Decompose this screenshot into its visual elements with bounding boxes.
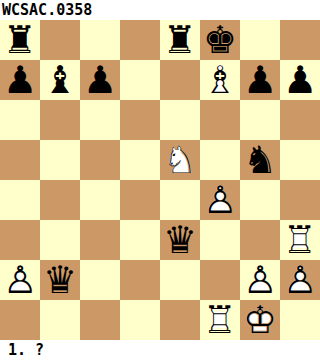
black-pawn-h7[interactable]: ♟ <box>283 60 317 100</box>
square-e3[interactable]: ♛ <box>160 220 200 260</box>
white-bishop-f7[interactable]: ♝♗ <box>203 60 237 100</box>
square-g3[interactable] <box>240 220 280 260</box>
square-d4[interactable] <box>120 180 160 220</box>
piece-outline: ♙ <box>3 260 37 300</box>
piece-outline: ♖ <box>203 300 237 340</box>
square-g4[interactable] <box>240 180 280 220</box>
square-a4[interactable] <box>0 180 40 220</box>
square-e6[interactable] <box>160 100 200 140</box>
square-c8[interactable] <box>80 20 120 60</box>
square-e5[interactable]: ♞♘ <box>160 140 200 180</box>
black-rook-e8[interactable]: ♜ <box>163 20 197 60</box>
black-queen-e3[interactable]: ♛ <box>163 220 197 260</box>
square-d8[interactable] <box>120 20 160 60</box>
black-pawn-g7[interactable]: ♟ <box>243 60 277 100</box>
black-pawn-a7[interactable]: ♟ <box>3 60 37 100</box>
square-e8[interactable]: ♜ <box>160 20 200 60</box>
square-f2[interactable] <box>200 260 240 300</box>
white-rook-h3[interactable]: ♜♖ <box>283 220 317 260</box>
square-h3[interactable]: ♜♖ <box>280 220 320 260</box>
square-b3[interactable] <box>40 220 80 260</box>
square-d5[interactable] <box>120 140 160 180</box>
black-bishop-b7[interactable]: ♝ <box>43 60 77 100</box>
move-prompt: 1. ? <box>0 340 320 360</box>
square-b4[interactable] <box>40 180 80 220</box>
black-rook-a8[interactable]: ♜ <box>3 20 37 60</box>
square-f3[interactable] <box>200 220 240 260</box>
white-pawn-a2[interactable]: ♟♙ <box>3 260 37 300</box>
black-king-f8[interactable]: ♚ <box>203 20 237 60</box>
square-g7[interactable]: ♟ <box>240 60 280 100</box>
piece-outline: ♘ <box>163 140 197 180</box>
piece-outline: ♗ <box>203 60 237 100</box>
square-d1[interactable] <box>120 300 160 340</box>
black-knight-g5[interactable]: ♞ <box>243 140 277 180</box>
square-a5[interactable] <box>0 140 40 180</box>
piece-outline: ♙ <box>283 260 317 300</box>
square-a7[interactable]: ♟ <box>0 60 40 100</box>
square-h7[interactable]: ♟ <box>280 60 320 100</box>
square-c7[interactable]: ♟ <box>80 60 120 100</box>
square-f7[interactable]: ♝♗ <box>200 60 240 100</box>
square-b5[interactable] <box>40 140 80 180</box>
square-f5[interactable] <box>200 140 240 180</box>
square-e2[interactable] <box>160 260 200 300</box>
square-f8[interactable]: ♚ <box>200 20 240 60</box>
square-a2[interactable]: ♟♙ <box>0 260 40 300</box>
square-g5[interactable]: ♞ <box>240 140 280 180</box>
square-b7[interactable]: ♝ <box>40 60 80 100</box>
square-e7[interactable] <box>160 60 200 100</box>
square-c2[interactable] <box>80 260 120 300</box>
square-a3[interactable] <box>0 220 40 260</box>
white-rook-f1[interactable]: ♜♖ <box>203 300 237 340</box>
piece-outline: ♔ <box>243 300 277 340</box>
white-pawn-h2[interactable]: ♟♙ <box>283 260 317 300</box>
square-f1[interactable]: ♜♖ <box>200 300 240 340</box>
square-f4[interactable]: ♟♙ <box>200 180 240 220</box>
piece-outline: ♙ <box>243 260 277 300</box>
square-a6[interactable] <box>0 100 40 140</box>
piece-outline: ♙ <box>203 180 237 220</box>
square-b1[interactable] <box>40 300 80 340</box>
square-d6[interactable] <box>120 100 160 140</box>
square-b8[interactable] <box>40 20 80 60</box>
square-d7[interactable] <box>120 60 160 100</box>
square-e1[interactable] <box>160 300 200 340</box>
square-c3[interactable] <box>80 220 120 260</box>
square-h2[interactable]: ♟♙ <box>280 260 320 300</box>
white-knight-e5[interactable]: ♞♘ <box>163 140 197 180</box>
piece-outline: ♖ <box>283 220 317 260</box>
square-g8[interactable] <box>240 20 280 60</box>
square-g2[interactable]: ♟♙ <box>240 260 280 300</box>
square-c1[interactable] <box>80 300 120 340</box>
black-queen-b2[interactable]: ♛ <box>43 260 77 300</box>
square-b6[interactable] <box>40 100 80 140</box>
square-h5[interactable] <box>280 140 320 180</box>
white-pawn-g2[interactable]: ♟♙ <box>243 260 277 300</box>
square-c6[interactable] <box>80 100 120 140</box>
square-d2[interactable] <box>120 260 160 300</box>
square-g6[interactable] <box>240 100 280 140</box>
square-f6[interactable] <box>200 100 240 140</box>
square-d3[interactable] <box>120 220 160 260</box>
square-h1[interactable] <box>280 300 320 340</box>
white-king-g1[interactable]: ♚♔ <box>243 300 277 340</box>
square-h6[interactable] <box>280 100 320 140</box>
square-a1[interactable] <box>0 300 40 340</box>
chess-board: ♜♜♚♟♝♟♝♗♟♟♞♘♞♟♙♛♜♖♟♙♛♟♙♟♙♜♖♚♔ <box>0 20 320 340</box>
square-h8[interactable] <box>280 20 320 60</box>
square-c4[interactable] <box>80 180 120 220</box>
black-pawn-c7[interactable]: ♟ <box>83 60 117 100</box>
square-c5[interactable] <box>80 140 120 180</box>
square-a8[interactable]: ♜ <box>0 20 40 60</box>
square-g1[interactable]: ♚♔ <box>240 300 280 340</box>
puzzle-title: WCSAC.0358 <box>0 0 320 20</box>
square-e4[interactable] <box>160 180 200 220</box>
square-h4[interactable] <box>280 180 320 220</box>
square-b2[interactable]: ♛ <box>40 260 80 300</box>
white-pawn-f4[interactable]: ♟♙ <box>203 180 237 220</box>
